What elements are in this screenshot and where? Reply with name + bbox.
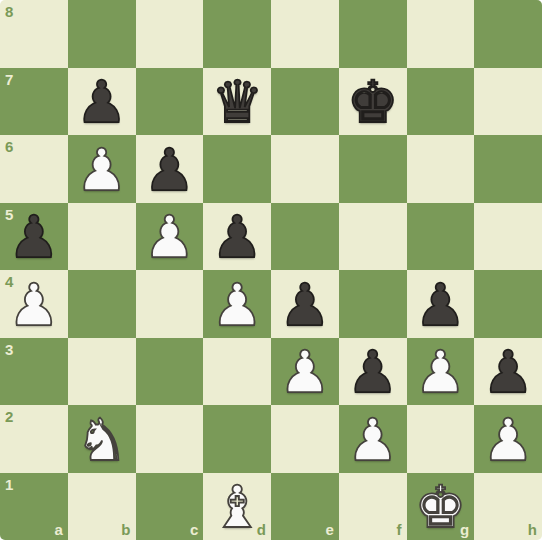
rank-label-1: 1 <box>5 477 13 492</box>
rank-label-3: 3 <box>5 342 13 357</box>
black-pawn[interactable]: ♟ <box>76 73 128 131</box>
square-c3[interactable] <box>136 338 204 406</box>
square-d5[interactable]: ♟ <box>203 203 271 271</box>
white-pawn[interactable]: ♟ <box>482 411 534 469</box>
square-a3[interactable]: 3 <box>0 338 68 406</box>
square-h7[interactable] <box>474 68 542 136</box>
square-b3[interactable] <box>68 338 136 406</box>
square-f5[interactable] <box>339 203 407 271</box>
square-b6[interactable]: ♟ <box>68 135 136 203</box>
square-a7[interactable]: 7 <box>0 68 68 136</box>
square-b4[interactable] <box>68 270 136 338</box>
white-knight[interactable]: ♞ <box>76 411 128 469</box>
black-king[interactable]: ♚ <box>347 73 399 131</box>
square-f4[interactable] <box>339 270 407 338</box>
file-label-f: f <box>397 522 402 537</box>
rank-label-8: 8 <box>5 4 13 19</box>
chess-board: 87♟♛♚6♟♟5♟♟♟4♟♟♟♟3♟♟♟♟2♞♟♟1abcd♝efg♚h <box>0 0 542 540</box>
square-d6[interactable] <box>203 135 271 203</box>
square-e6[interactable] <box>271 135 339 203</box>
black-pawn[interactable]: ♟ <box>211 208 263 266</box>
square-g3[interactable]: ♟ <box>407 338 475 406</box>
square-d3[interactable] <box>203 338 271 406</box>
black-pawn[interactable]: ♟ <box>8 208 60 266</box>
square-e4[interactable]: ♟ <box>271 270 339 338</box>
square-c6[interactable]: ♟ <box>136 135 204 203</box>
square-h1[interactable]: h <box>474 473 542 540</box>
square-c2[interactable] <box>136 405 204 473</box>
square-h4[interactable] <box>474 270 542 338</box>
black-pawn[interactable]: ♟ <box>414 276 466 334</box>
square-h3[interactable]: ♟ <box>474 338 542 406</box>
square-g5[interactable] <box>407 203 475 271</box>
square-d4[interactable]: ♟ <box>203 270 271 338</box>
square-c5[interactable]: ♟ <box>136 203 204 271</box>
square-g6[interactable] <box>407 135 475 203</box>
white-pawn[interactable]: ♟ <box>211 276 263 334</box>
square-g2[interactable] <box>407 405 475 473</box>
white-pawn[interactable]: ♟ <box>143 208 195 266</box>
rank-label-2: 2 <box>5 409 13 424</box>
rank-label-7: 7 <box>5 72 13 87</box>
rank-label-6: 6 <box>5 139 13 154</box>
square-b5[interactable] <box>68 203 136 271</box>
square-e8[interactable] <box>271 0 339 68</box>
black-pawn[interactable]: ♟ <box>482 343 534 401</box>
white-pawn[interactable]: ♟ <box>414 343 466 401</box>
white-pawn[interactable]: ♟ <box>347 411 399 469</box>
square-e2[interactable] <box>271 405 339 473</box>
square-d1[interactable]: d♝ <box>203 473 271 540</box>
square-c7[interactable] <box>136 68 204 136</box>
black-pawn[interactable]: ♟ <box>279 276 331 334</box>
square-c8[interactable] <box>136 0 204 68</box>
square-a1[interactable]: 1a <box>0 473 68 540</box>
square-g4[interactable]: ♟ <box>407 270 475 338</box>
square-f1[interactable]: f <box>339 473 407 540</box>
white-bishop[interactable]: ♝ <box>211 478 263 536</box>
square-f3[interactable]: ♟ <box>339 338 407 406</box>
square-b1[interactable]: b <box>68 473 136 540</box>
square-h5[interactable] <box>474 203 542 271</box>
square-h8[interactable] <box>474 0 542 68</box>
square-e1[interactable]: e <box>271 473 339 540</box>
square-d2[interactable] <box>203 405 271 473</box>
black-pawn[interactable]: ♟ <box>143 141 195 199</box>
square-b8[interactable] <box>68 0 136 68</box>
square-b2[interactable]: ♞ <box>68 405 136 473</box>
square-a4[interactable]: 4♟ <box>0 270 68 338</box>
square-f8[interactable] <box>339 0 407 68</box>
white-pawn[interactable]: ♟ <box>279 343 331 401</box>
square-a8[interactable]: 8 <box>0 0 68 68</box>
square-g8[interactable] <box>407 0 475 68</box>
square-e3[interactable]: ♟ <box>271 338 339 406</box>
square-f7[interactable]: ♚ <box>339 68 407 136</box>
square-a5[interactable]: 5♟ <box>0 203 68 271</box>
file-label-h: h <box>528 522 537 537</box>
square-a6[interactable]: 6 <box>0 135 68 203</box>
square-e7[interactable] <box>271 68 339 136</box>
black-pawn[interactable]: ♟ <box>347 343 399 401</box>
square-a2[interactable]: 2 <box>0 405 68 473</box>
file-label-b: b <box>121 522 130 537</box>
white-pawn[interactable]: ♟ <box>8 276 60 334</box>
square-b7[interactable]: ♟ <box>68 68 136 136</box>
square-d8[interactable] <box>203 0 271 68</box>
square-e5[interactable] <box>271 203 339 271</box>
square-g1[interactable]: g♚ <box>407 473 475 540</box>
square-f6[interactable] <box>339 135 407 203</box>
square-c4[interactable] <box>136 270 204 338</box>
square-h6[interactable] <box>474 135 542 203</box>
chess-board-wrap: 87♟♛♚6♟♟5♟♟♟4♟♟♟♟3♟♟♟♟2♞♟♟1abcd♝efg♚h <box>0 0 542 540</box>
white-king[interactable]: ♚ <box>414 478 466 536</box>
white-pawn[interactable]: ♟ <box>76 141 128 199</box>
black-queen[interactable]: ♛ <box>211 73 263 131</box>
square-c1[interactable]: c <box>136 473 204 540</box>
file-label-c: c <box>190 522 198 537</box>
square-g7[interactable] <box>407 68 475 136</box>
file-label-e: e <box>325 522 333 537</box>
square-d7[interactable]: ♛ <box>203 68 271 136</box>
square-h2[interactable]: ♟ <box>474 405 542 473</box>
square-f2[interactable]: ♟ <box>339 405 407 473</box>
file-label-a: a <box>54 522 62 537</box>
